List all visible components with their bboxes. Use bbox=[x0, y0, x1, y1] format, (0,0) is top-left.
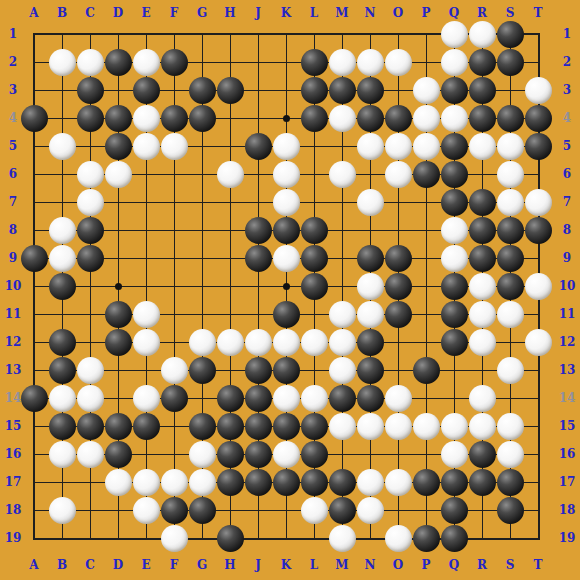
intersection-K16[interactable] bbox=[272, 440, 300, 468]
intersection-G19[interactable] bbox=[188, 524, 216, 552]
intersection-Q19[interactable] bbox=[440, 524, 468, 552]
intersection-H9[interactable] bbox=[216, 244, 244, 272]
intersection-A19[interactable] bbox=[20, 524, 48, 552]
intersection-P5[interactable] bbox=[412, 132, 440, 160]
intersection-D4[interactable] bbox=[104, 104, 132, 132]
intersection-J14[interactable] bbox=[244, 384, 272, 412]
intersection-N18[interactable] bbox=[356, 496, 384, 524]
intersection-B4[interactable] bbox=[48, 104, 76, 132]
intersection-L11[interactable] bbox=[300, 300, 328, 328]
intersection-K13[interactable] bbox=[272, 356, 300, 384]
intersection-B19[interactable] bbox=[48, 524, 76, 552]
intersection-T16[interactable] bbox=[524, 440, 552, 468]
intersection-P8[interactable] bbox=[412, 216, 440, 244]
intersection-N13[interactable] bbox=[356, 356, 384, 384]
intersection-R12[interactable] bbox=[468, 328, 496, 356]
intersection-L2[interactable] bbox=[300, 48, 328, 76]
intersection-Q6[interactable] bbox=[440, 160, 468, 188]
intersection-O7[interactable] bbox=[384, 188, 412, 216]
intersection-E13[interactable] bbox=[132, 356, 160, 384]
intersection-C6[interactable] bbox=[76, 160, 104, 188]
intersection-G16[interactable] bbox=[188, 440, 216, 468]
intersection-N12[interactable] bbox=[356, 328, 384, 356]
intersection-L19[interactable] bbox=[300, 524, 328, 552]
intersection-A5[interactable] bbox=[20, 132, 48, 160]
intersection-L18[interactable] bbox=[300, 496, 328, 524]
intersection-L6[interactable] bbox=[300, 160, 328, 188]
intersection-E19[interactable] bbox=[132, 524, 160, 552]
intersection-S15[interactable] bbox=[496, 412, 524, 440]
intersection-K3[interactable] bbox=[272, 76, 300, 104]
intersection-A7[interactable] bbox=[20, 188, 48, 216]
intersection-O19[interactable] bbox=[384, 524, 412, 552]
intersection-R7[interactable] bbox=[468, 188, 496, 216]
intersection-H3[interactable] bbox=[216, 76, 244, 104]
intersection-R14[interactable] bbox=[468, 384, 496, 412]
intersection-L1[interactable] bbox=[300, 20, 328, 48]
intersection-J16[interactable] bbox=[244, 440, 272, 468]
intersection-Q2[interactable] bbox=[440, 48, 468, 76]
intersection-A18[interactable] bbox=[20, 496, 48, 524]
intersection-A12[interactable] bbox=[20, 328, 48, 356]
intersection-J13[interactable] bbox=[244, 356, 272, 384]
intersection-E6[interactable] bbox=[132, 160, 160, 188]
intersection-M8[interactable] bbox=[328, 216, 356, 244]
intersection-T19[interactable] bbox=[524, 524, 552, 552]
intersection-B3[interactable] bbox=[48, 76, 76, 104]
intersection-B13[interactable] bbox=[48, 356, 76, 384]
intersection-P1[interactable] bbox=[412, 20, 440, 48]
intersection-J6[interactable] bbox=[244, 160, 272, 188]
intersection-L9[interactable] bbox=[300, 244, 328, 272]
intersection-K11[interactable] bbox=[272, 300, 300, 328]
intersection-C4[interactable] bbox=[76, 104, 104, 132]
intersection-P12[interactable] bbox=[412, 328, 440, 356]
intersection-M11[interactable] bbox=[328, 300, 356, 328]
intersection-H16[interactable] bbox=[216, 440, 244, 468]
intersection-S7[interactable] bbox=[496, 188, 524, 216]
intersection-H8[interactable] bbox=[216, 216, 244, 244]
intersection-B12[interactable] bbox=[48, 328, 76, 356]
intersection-M17[interactable] bbox=[328, 468, 356, 496]
intersection-R10[interactable] bbox=[468, 272, 496, 300]
intersection-J18[interactable] bbox=[244, 496, 272, 524]
intersection-O2[interactable] bbox=[384, 48, 412, 76]
intersection-S13[interactable] bbox=[496, 356, 524, 384]
intersection-H12[interactable] bbox=[216, 328, 244, 356]
intersection-T8[interactable] bbox=[524, 216, 552, 244]
intersection-L3[interactable] bbox=[300, 76, 328, 104]
intersection-R18[interactable] bbox=[468, 496, 496, 524]
intersection-G7[interactable] bbox=[188, 188, 216, 216]
intersection-O8[interactable] bbox=[384, 216, 412, 244]
intersection-R3[interactable] bbox=[468, 76, 496, 104]
intersection-E5[interactable] bbox=[132, 132, 160, 160]
intersection-O13[interactable] bbox=[384, 356, 412, 384]
intersection-J10[interactable] bbox=[244, 272, 272, 300]
intersection-M12[interactable] bbox=[328, 328, 356, 356]
intersection-G13[interactable] bbox=[188, 356, 216, 384]
intersection-J2[interactable] bbox=[244, 48, 272, 76]
intersection-G9[interactable] bbox=[188, 244, 216, 272]
intersection-D5[interactable] bbox=[104, 132, 132, 160]
intersection-F16[interactable] bbox=[160, 440, 188, 468]
intersection-N1[interactable] bbox=[356, 20, 384, 48]
intersection-F11[interactable] bbox=[160, 300, 188, 328]
intersection-F19[interactable] bbox=[160, 524, 188, 552]
intersection-A17[interactable] bbox=[20, 468, 48, 496]
intersection-S16[interactable] bbox=[496, 440, 524, 468]
intersection-D9[interactable] bbox=[104, 244, 132, 272]
intersection-J4[interactable] bbox=[244, 104, 272, 132]
intersection-N10[interactable] bbox=[356, 272, 384, 300]
intersection-M3[interactable] bbox=[328, 76, 356, 104]
intersection-S9[interactable] bbox=[496, 244, 524, 272]
intersection-R5[interactable] bbox=[468, 132, 496, 160]
intersection-F13[interactable] bbox=[160, 356, 188, 384]
intersection-L17[interactable] bbox=[300, 468, 328, 496]
intersection-P3[interactable] bbox=[412, 76, 440, 104]
intersection-O3[interactable] bbox=[384, 76, 412, 104]
intersection-P15[interactable] bbox=[412, 412, 440, 440]
intersection-L4[interactable] bbox=[300, 104, 328, 132]
intersection-K5[interactable] bbox=[272, 132, 300, 160]
intersection-Q9[interactable] bbox=[440, 244, 468, 272]
intersection-O15[interactable] bbox=[384, 412, 412, 440]
intersection-F17[interactable] bbox=[160, 468, 188, 496]
intersection-K18[interactable] bbox=[272, 496, 300, 524]
intersection-T1[interactable] bbox=[524, 20, 552, 48]
intersection-F7[interactable] bbox=[160, 188, 188, 216]
intersection-S4[interactable] bbox=[496, 104, 524, 132]
intersection-J9[interactable] bbox=[244, 244, 272, 272]
intersection-Q3[interactable] bbox=[440, 76, 468, 104]
intersection-O6[interactable] bbox=[384, 160, 412, 188]
intersection-Q7[interactable] bbox=[440, 188, 468, 216]
intersection-D14[interactable] bbox=[104, 384, 132, 412]
intersection-H14[interactable] bbox=[216, 384, 244, 412]
intersection-A1[interactable] bbox=[20, 20, 48, 48]
intersection-Q8[interactable] bbox=[440, 216, 468, 244]
intersection-F12[interactable] bbox=[160, 328, 188, 356]
intersection-S12[interactable] bbox=[496, 328, 524, 356]
intersection-Q11[interactable] bbox=[440, 300, 468, 328]
intersection-D1[interactable] bbox=[104, 20, 132, 48]
intersection-G18[interactable] bbox=[188, 496, 216, 524]
intersection-G10[interactable] bbox=[188, 272, 216, 300]
intersection-B6[interactable] bbox=[48, 160, 76, 188]
intersection-A4[interactable] bbox=[20, 104, 48, 132]
intersection-S17[interactable] bbox=[496, 468, 524, 496]
intersection-C7[interactable] bbox=[76, 188, 104, 216]
intersection-J11[interactable] bbox=[244, 300, 272, 328]
intersection-Q10[interactable] bbox=[440, 272, 468, 300]
intersection-O16[interactable] bbox=[384, 440, 412, 468]
intersection-M9[interactable] bbox=[328, 244, 356, 272]
intersection-A15[interactable] bbox=[20, 412, 48, 440]
intersection-H19[interactable] bbox=[216, 524, 244, 552]
intersection-F3[interactable] bbox=[160, 76, 188, 104]
intersection-A10[interactable] bbox=[20, 272, 48, 300]
intersection-J5[interactable] bbox=[244, 132, 272, 160]
intersection-R13[interactable] bbox=[468, 356, 496, 384]
intersection-O11[interactable] bbox=[384, 300, 412, 328]
intersection-Q5[interactable] bbox=[440, 132, 468, 160]
intersection-E7[interactable] bbox=[132, 188, 160, 216]
intersection-K17[interactable] bbox=[272, 468, 300, 496]
intersection-E4[interactable] bbox=[132, 104, 160, 132]
intersection-P13[interactable] bbox=[412, 356, 440, 384]
intersection-F10[interactable] bbox=[160, 272, 188, 300]
intersection-F5[interactable] bbox=[160, 132, 188, 160]
intersection-B14[interactable] bbox=[48, 384, 76, 412]
intersection-S10[interactable] bbox=[496, 272, 524, 300]
intersection-E12[interactable] bbox=[132, 328, 160, 356]
intersection-O4[interactable] bbox=[384, 104, 412, 132]
intersection-E2[interactable] bbox=[132, 48, 160, 76]
intersection-G11[interactable] bbox=[188, 300, 216, 328]
intersection-P2[interactable] bbox=[412, 48, 440, 76]
intersection-K9[interactable] bbox=[272, 244, 300, 272]
intersection-G17[interactable] bbox=[188, 468, 216, 496]
intersection-T3[interactable] bbox=[524, 76, 552, 104]
intersection-P16[interactable] bbox=[412, 440, 440, 468]
intersection-O9[interactable] bbox=[384, 244, 412, 272]
intersection-B18[interactable] bbox=[48, 496, 76, 524]
intersection-F8[interactable] bbox=[160, 216, 188, 244]
intersection-S11[interactable] bbox=[496, 300, 524, 328]
intersection-R9[interactable] bbox=[468, 244, 496, 272]
intersection-H1[interactable] bbox=[216, 20, 244, 48]
intersection-C14[interactable] bbox=[76, 384, 104, 412]
intersection-L8[interactable] bbox=[300, 216, 328, 244]
intersection-S14[interactable] bbox=[496, 384, 524, 412]
intersection-K7[interactable] bbox=[272, 188, 300, 216]
intersection-D18[interactable] bbox=[104, 496, 132, 524]
intersection-C17[interactable] bbox=[76, 468, 104, 496]
intersection-J19[interactable] bbox=[244, 524, 272, 552]
intersection-P9[interactable] bbox=[412, 244, 440, 272]
intersection-B5[interactable] bbox=[48, 132, 76, 160]
intersection-R19[interactable] bbox=[468, 524, 496, 552]
intersection-T18[interactable] bbox=[524, 496, 552, 524]
intersection-A6[interactable] bbox=[20, 160, 48, 188]
intersection-Q12[interactable] bbox=[440, 328, 468, 356]
intersection-Q18[interactable] bbox=[440, 496, 468, 524]
intersection-N6[interactable] bbox=[356, 160, 384, 188]
intersection-Q4[interactable] bbox=[440, 104, 468, 132]
intersection-N11[interactable] bbox=[356, 300, 384, 328]
intersection-G15[interactable] bbox=[188, 412, 216, 440]
intersection-S2[interactable] bbox=[496, 48, 524, 76]
intersection-F14[interactable] bbox=[160, 384, 188, 412]
intersection-B9[interactable] bbox=[48, 244, 76, 272]
intersection-N15[interactable] bbox=[356, 412, 384, 440]
intersection-J7[interactable] bbox=[244, 188, 272, 216]
intersection-C10[interactable] bbox=[76, 272, 104, 300]
intersection-B15[interactable] bbox=[48, 412, 76, 440]
intersection-S6[interactable] bbox=[496, 160, 524, 188]
intersection-F6[interactable] bbox=[160, 160, 188, 188]
intersection-N5[interactable] bbox=[356, 132, 384, 160]
intersection-T9[interactable] bbox=[524, 244, 552, 272]
intersection-L13[interactable] bbox=[300, 356, 328, 384]
intersection-G2[interactable] bbox=[188, 48, 216, 76]
intersection-H10[interactable] bbox=[216, 272, 244, 300]
intersection-E3[interactable] bbox=[132, 76, 160, 104]
intersection-J1[interactable] bbox=[244, 20, 272, 48]
intersection-D7[interactable] bbox=[104, 188, 132, 216]
intersection-O12[interactable] bbox=[384, 328, 412, 356]
intersection-O1[interactable] bbox=[384, 20, 412, 48]
intersection-C3[interactable] bbox=[76, 76, 104, 104]
intersection-O10[interactable] bbox=[384, 272, 412, 300]
intersection-M4[interactable] bbox=[328, 104, 356, 132]
intersection-B17[interactable] bbox=[48, 468, 76, 496]
intersection-L16[interactable] bbox=[300, 440, 328, 468]
intersection-E10[interactable] bbox=[132, 272, 160, 300]
intersection-F4[interactable] bbox=[160, 104, 188, 132]
intersection-M6[interactable] bbox=[328, 160, 356, 188]
intersection-N9[interactable] bbox=[356, 244, 384, 272]
intersection-D19[interactable] bbox=[104, 524, 132, 552]
intersection-D13[interactable] bbox=[104, 356, 132, 384]
intersection-H15[interactable] bbox=[216, 412, 244, 440]
intersection-N3[interactable] bbox=[356, 76, 384, 104]
intersection-G12[interactable] bbox=[188, 328, 216, 356]
intersection-A8[interactable] bbox=[20, 216, 48, 244]
intersection-T4[interactable] bbox=[524, 104, 552, 132]
intersection-D3[interactable] bbox=[104, 76, 132, 104]
intersection-A16[interactable] bbox=[20, 440, 48, 468]
intersection-B2[interactable] bbox=[48, 48, 76, 76]
intersection-H2[interactable] bbox=[216, 48, 244, 76]
intersection-P7[interactable] bbox=[412, 188, 440, 216]
intersection-L14[interactable] bbox=[300, 384, 328, 412]
intersection-R8[interactable] bbox=[468, 216, 496, 244]
intersection-R4[interactable] bbox=[468, 104, 496, 132]
intersection-R6[interactable] bbox=[468, 160, 496, 188]
intersection-O17[interactable] bbox=[384, 468, 412, 496]
intersection-T10[interactable] bbox=[524, 272, 552, 300]
intersection-A11[interactable] bbox=[20, 300, 48, 328]
intersection-H7[interactable] bbox=[216, 188, 244, 216]
intersection-R16[interactable] bbox=[468, 440, 496, 468]
intersection-D8[interactable] bbox=[104, 216, 132, 244]
intersection-K14[interactable] bbox=[272, 384, 300, 412]
intersection-H6[interactable] bbox=[216, 160, 244, 188]
intersection-E9[interactable] bbox=[132, 244, 160, 272]
intersection-D11[interactable] bbox=[104, 300, 132, 328]
intersection-A3[interactable] bbox=[20, 76, 48, 104]
intersection-N16[interactable] bbox=[356, 440, 384, 468]
intersection-T6[interactable] bbox=[524, 160, 552, 188]
intersection-N4[interactable] bbox=[356, 104, 384, 132]
intersection-E8[interactable] bbox=[132, 216, 160, 244]
intersection-O18[interactable] bbox=[384, 496, 412, 524]
intersection-P14[interactable] bbox=[412, 384, 440, 412]
intersection-N14[interactable] bbox=[356, 384, 384, 412]
intersection-Q17[interactable] bbox=[440, 468, 468, 496]
intersection-N19[interactable] bbox=[356, 524, 384, 552]
intersection-L7[interactable] bbox=[300, 188, 328, 216]
intersection-A14[interactable] bbox=[20, 384, 48, 412]
intersection-Q1[interactable] bbox=[440, 20, 468, 48]
intersection-L10[interactable] bbox=[300, 272, 328, 300]
intersection-T15[interactable] bbox=[524, 412, 552, 440]
intersection-G4[interactable] bbox=[188, 104, 216, 132]
intersection-R17[interactable] bbox=[468, 468, 496, 496]
intersection-R1[interactable] bbox=[468, 20, 496, 48]
intersection-C13[interactable] bbox=[76, 356, 104, 384]
intersection-S3[interactable] bbox=[496, 76, 524, 104]
intersection-K12[interactable] bbox=[272, 328, 300, 356]
intersection-K2[interactable] bbox=[272, 48, 300, 76]
intersection-G5[interactable] bbox=[188, 132, 216, 160]
intersection-F15[interactable] bbox=[160, 412, 188, 440]
intersection-K8[interactable] bbox=[272, 216, 300, 244]
intersection-N8[interactable] bbox=[356, 216, 384, 244]
intersection-L5[interactable] bbox=[300, 132, 328, 160]
intersection-C11[interactable] bbox=[76, 300, 104, 328]
intersection-K6[interactable] bbox=[272, 160, 300, 188]
intersection-E1[interactable] bbox=[132, 20, 160, 48]
intersection-M10[interactable] bbox=[328, 272, 356, 300]
intersection-F2[interactable] bbox=[160, 48, 188, 76]
intersection-C9[interactable] bbox=[76, 244, 104, 272]
intersection-C5[interactable] bbox=[76, 132, 104, 160]
intersection-G6[interactable] bbox=[188, 160, 216, 188]
intersection-P18[interactable] bbox=[412, 496, 440, 524]
intersection-G14[interactable] bbox=[188, 384, 216, 412]
intersection-M15[interactable] bbox=[328, 412, 356, 440]
intersection-M5[interactable] bbox=[328, 132, 356, 160]
intersection-L12[interactable] bbox=[300, 328, 328, 356]
intersection-D12[interactable] bbox=[104, 328, 132, 356]
intersection-T7[interactable] bbox=[524, 188, 552, 216]
intersection-A9[interactable] bbox=[20, 244, 48, 272]
intersection-H11[interactable] bbox=[216, 300, 244, 328]
intersection-T13[interactable] bbox=[524, 356, 552, 384]
intersection-D17[interactable] bbox=[104, 468, 132, 496]
intersection-H13[interactable] bbox=[216, 356, 244, 384]
intersection-Q13[interactable] bbox=[440, 356, 468, 384]
intersection-B16[interactable] bbox=[48, 440, 76, 468]
intersection-F9[interactable] bbox=[160, 244, 188, 272]
intersection-G8[interactable] bbox=[188, 216, 216, 244]
intersection-P17[interactable] bbox=[412, 468, 440, 496]
intersection-C1[interactable] bbox=[76, 20, 104, 48]
intersection-K15[interactable] bbox=[272, 412, 300, 440]
intersection-C16[interactable] bbox=[76, 440, 104, 468]
intersection-C19[interactable] bbox=[76, 524, 104, 552]
intersection-C12[interactable] bbox=[76, 328, 104, 356]
intersection-B10[interactable] bbox=[48, 272, 76, 300]
intersection-E18[interactable] bbox=[132, 496, 160, 524]
intersection-T5[interactable] bbox=[524, 132, 552, 160]
intersection-B1[interactable] bbox=[48, 20, 76, 48]
intersection-M13[interactable] bbox=[328, 356, 356, 384]
intersection-P10[interactable] bbox=[412, 272, 440, 300]
intersection-C15[interactable] bbox=[76, 412, 104, 440]
intersection-D15[interactable] bbox=[104, 412, 132, 440]
intersection-P19[interactable] bbox=[412, 524, 440, 552]
intersection-C2[interactable] bbox=[76, 48, 104, 76]
intersection-E15[interactable] bbox=[132, 412, 160, 440]
intersection-P6[interactable] bbox=[412, 160, 440, 188]
intersection-K1[interactable] bbox=[272, 20, 300, 48]
intersection-T2[interactable] bbox=[524, 48, 552, 76]
